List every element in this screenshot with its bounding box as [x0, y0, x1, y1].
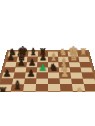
piece-green-pawn: ♟: [38, 63, 46, 72]
square-h2: [84, 84, 95, 91]
square-e2: [48, 84, 60, 91]
piece-dark-pawn: ♟: [28, 58, 36, 67]
square-c1: [23, 91, 36, 92]
square-c2: [23, 84, 36, 91]
piece-light-pawn: ♟: [61, 69, 70, 79]
square-c6: ♟: [27, 62, 38, 67]
chess-board: ♞♚♝♜♞♚♜♟♛♟♝♛♟♟♝♟♞♟♟♟♟♝♜♞: [0, 50, 95, 92]
square-c8: ♝: [28, 52, 38, 57]
piece-dark-pawn: ♟: [26, 69, 35, 79]
piece-dark-bishop: ♝: [12, 79, 23, 91]
piece-dark-pawn: ♟: [39, 53, 47, 62]
piece-dark-knight: ♞: [49, 62, 58, 72]
square-d2: [36, 84, 48, 91]
square-h1: [85, 91, 95, 92]
piece-light-queen: ♛: [69, 51, 79, 62]
piece-dark-rook: ♜: [0, 86, 8, 92]
piece-dark-pawn: ♟: [17, 58, 25, 67]
square-g1: ♞: [73, 91, 87, 92]
square-f4: ♟: [59, 73, 71, 79]
piece-light-rook: ♜: [79, 48, 87, 57]
chess-set-photo: ♞♚♝♜♞♚♜♟♛♟♝♛♟♟♝♟♞♟♟♟♟♝♜♞: [0, 27, 95, 92]
square-b1: [9, 91, 23, 92]
piece-dark-pawn: ♟: [7, 53, 15, 62]
square-a1: ♜: [0, 91, 11, 92]
square-d5: ♟: [37, 67, 48, 72]
square-e5: ♞: [48, 67, 59, 72]
piece-dark-bishop: ♝: [28, 47, 37, 57]
square-f2: [60, 84, 73, 91]
square-b2: ♝: [11, 84, 25, 91]
square-f1: [60, 91, 73, 92]
square-g7: ♛: [68, 57, 80, 62]
piece-dark-pawn: ♟: [3, 69, 12, 79]
square-c4: ♟: [25, 73, 37, 79]
piece-light-knight: ♞: [75, 86, 86, 92]
square-e1: [48, 91, 61, 92]
square-b6: ♟: [15, 62, 27, 67]
square-d1: [35, 91, 48, 92]
